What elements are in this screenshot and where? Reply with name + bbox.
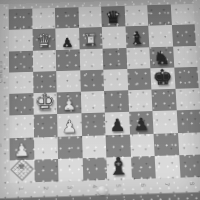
square-c6[interactable] — [56, 49, 80, 71]
piece-black-king-g5[interactable]: ♚ — [150, 67, 175, 89]
board-brand-text: CHESS — [0, 43, 8, 99]
square-g7[interactable] — [148, 25, 172, 47]
piece-white-rook-d7[interactable]: ♜ — [79, 31, 103, 48]
square-a5[interactable] — [9, 72, 33, 94]
piece-black-pawn-f3[interactable]: ♟ — [129, 115, 154, 133]
square-a6[interactable] — [9, 50, 33, 72]
square-b6[interactable] — [32, 50, 56, 72]
piece-black-pawn-c7[interactable]: ♟ — [55, 35, 79, 48]
piece-white-king-b4[interactable]: ♚ — [33, 91, 57, 114]
square-g8[interactable] — [147, 5, 171, 26]
square-h6[interactable] — [173, 45, 198, 67]
left-edge-label-3: 3 — [4, 100, 7, 106]
square-f8[interactable] — [124, 5, 148, 26]
square-g2[interactable] — [154, 133, 179, 156]
square-d8[interactable] — [78, 7, 102, 28]
piece-white-pawn-c3[interactable]: ♟ — [57, 118, 81, 136]
square-e4[interactable] — [104, 90, 129, 113]
square-e7[interactable] — [102, 27, 126, 49]
photo-frame: ♛♛♟♜♝♞♚♚♟♟♟♟♟♝ CHESS ♚ 1234567834 — [0, 0, 200, 200]
square-c8[interactable] — [55, 7, 79, 28]
square-c1[interactable] — [58, 158, 83, 181]
piece-white-queen-b7[interactable]: ♛ — [32, 31, 56, 50]
left-edge-label-4: 4 — [0, 142, 2, 148]
square-d3[interactable] — [81, 113, 106, 136]
square-h8[interactable] — [170, 4, 194, 25]
square-f5[interactable] — [127, 68, 152, 90]
square-f4[interactable] — [128, 90, 153, 112]
piece-black-bishop-f7[interactable]: ♝ — [125, 29, 149, 47]
piece-white-pawn-c4[interactable]: ♟ — [57, 97, 81, 114]
square-e5[interactable] — [103, 69, 127, 91]
square-g4[interactable] — [151, 89, 176, 111]
square-h5[interactable] — [174, 67, 199, 89]
square-b8[interactable] — [32, 8, 56, 29]
square-f2[interactable] — [130, 133, 155, 156]
square-b3[interactable] — [33, 114, 57, 137]
bottom-edge-label-6: 6 — [140, 183, 147, 187]
square-a8[interactable] — [9, 9, 32, 30]
square-b2[interactable] — [34, 136, 58, 159]
square-a7[interactable] — [9, 29, 33, 51]
square-g3[interactable] — [152, 111, 177, 134]
square-e6[interactable] — [103, 48, 127, 70]
square-b1[interactable] — [34, 159, 59, 182]
square-h4[interactable] — [175, 88, 200, 110]
crown-icon: ♚ — [18, 163, 25, 171]
square-a3[interactable] — [9, 115, 33, 138]
square-d2[interactable] — [82, 135, 107, 158]
square-d4[interactable] — [80, 91, 104, 114]
square-h1[interactable] — [179, 154, 200, 177]
square-c5[interactable] — [56, 70, 80, 92]
piece-white-pawn-a2[interactable]: ♟ — [10, 140, 34, 159]
piece-black-pawn-e3[interactable]: ♟ — [105, 116, 130, 134]
bottom-edge-label-2: 2 — [43, 186, 50, 190]
chess-board: ♛♛♟♜♝♞♚♚♟♟♟♟♟♝ CHESS ♚ 1234567834 — [0, 0, 200, 200]
square-h2[interactable] — [178, 132, 200, 155]
bottom-edge-label-1: 1 — [18, 187, 25, 191]
square-c2[interactable] — [58, 136, 83, 159]
square-h3[interactable] — [176, 110, 200, 133]
piece-black-queen-e8[interactable]: ♛ — [101, 9, 125, 27]
square-h7[interactable] — [171, 25, 196, 47]
square-a4[interactable] — [9, 93, 33, 116]
square-f6[interactable] — [126, 47, 150, 69]
bottom-edge-label-5: 5 — [116, 184, 123, 188]
bottom-edge-label-7: 7 — [165, 182, 172, 186]
square-g1[interactable] — [155, 155, 180, 178]
bottom-edge-label-3: 3 — [67, 185, 74, 189]
square-f1[interactable] — [131, 156, 156, 179]
square-d5[interactable] — [80, 69, 104, 91]
piece-black-bishop-e1[interactable]: ♝ — [106, 154, 131, 179]
square-d6[interactable] — [79, 48, 103, 70]
bottom-edge-label-8: 8 — [189, 182, 196, 186]
square-d1[interactable] — [82, 157, 107, 180]
